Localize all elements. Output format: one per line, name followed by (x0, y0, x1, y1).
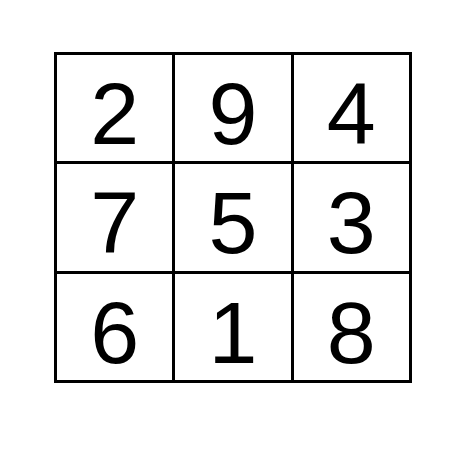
cell-value-r1c2: 3 (327, 179, 376, 267)
cell-r1c0: 7 (57, 164, 172, 270)
cell-value-r2c1: 1 (209, 289, 258, 377)
cell-r0c0: 2 (57, 55, 172, 161)
cell-value-r1c1: 5 (209, 179, 258, 267)
cell-r2c2: 8 (294, 274, 409, 380)
magic-square-board: 2 9 4 7 5 3 6 1 8 (54, 52, 412, 383)
cell-r0c2: 4 (294, 55, 409, 161)
puzzle-canvas: 2 9 4 7 5 3 6 1 8 (0, 0, 475, 449)
cell-value-r2c2: 8 (327, 289, 376, 377)
cell-value-r1c0: 7 (90, 179, 139, 267)
cell-r2c1: 1 (175, 274, 290, 380)
cell-value-r0c0: 2 (90, 70, 139, 158)
cell-r1c2: 3 (294, 164, 409, 270)
cell-value-r0c2: 4 (327, 70, 376, 158)
cell-r2c0: 6 (57, 274, 172, 380)
cell-r0c1: 9 (175, 55, 290, 161)
cell-value-r0c1: 9 (209, 70, 258, 158)
cell-r1c1: 5 (175, 164, 290, 270)
cell-value-r2c0: 6 (90, 289, 139, 377)
